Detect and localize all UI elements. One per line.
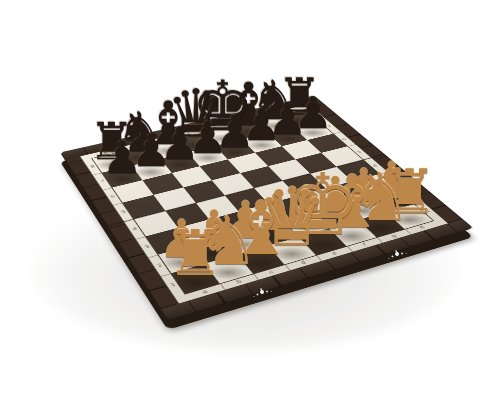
white-rook-a1[interactable]: ♜ bbox=[167, 222, 224, 285]
black-pawn-a7[interactable]: ♟ bbox=[102, 136, 142, 181]
chess-set-photo: abcdefgh abcdefgh 87654321 87654321 ♜♞♝♟… bbox=[0, 0, 500, 400]
pieces-layer: ♜♞♝♟♚♟♛♟♝♟♞♟♜♟♟♟♟♟♟♜♟♞♟♝♟♚♟♛♟♝♞♜ bbox=[0, 0, 500, 400]
